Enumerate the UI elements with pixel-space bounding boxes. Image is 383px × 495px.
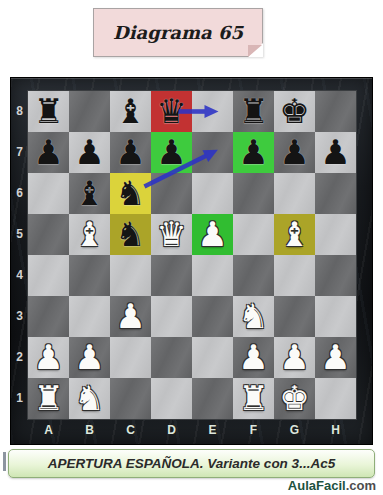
square-f1: ♜	[233, 378, 274, 419]
square-b7: ♟	[69, 132, 110, 173]
square-g3	[274, 296, 315, 337]
rank-label-2: 2	[11, 337, 28, 378]
square-h5	[315, 214, 356, 255]
square-f7: ♟	[233, 132, 274, 173]
square-g8: ♚	[274, 91, 315, 132]
square-d4	[151, 255, 192, 296]
square-e8	[192, 91, 233, 132]
black-pawn: ♟	[28, 132, 69, 173]
square-h2: ♟	[315, 337, 356, 378]
black-king: ♚	[274, 91, 315, 132]
file-label-c: C	[110, 419, 151, 445]
rank-label-8: 8	[11, 91, 28, 132]
square-g1: ♚	[274, 378, 315, 419]
note-fold-icon	[248, 45, 262, 57]
square-b4	[69, 255, 110, 296]
caption-left-tick	[3, 452, 6, 471]
square-d2	[151, 337, 192, 378]
chess-board-frame: 87654321 ♜♝♛♜♚♟♟♟♟♟♟♟♝♞♝♞♛♟♝♟♞♟♟♟♟♟♜♞♜♚ …	[10, 77, 373, 445]
square-g2: ♟	[274, 337, 315, 378]
square-e7	[192, 132, 233, 173]
white-bishop: ♝	[69, 214, 110, 255]
square-e6	[192, 173, 233, 214]
square-a2: ♟	[28, 337, 69, 378]
chess-board: ♜♝♛♜♚♟♟♟♟♟♟♟♝♞♝♞♛♟♝♟♞♟♟♟♟♟♜♞♜♚	[28, 91, 356, 419]
white-pawn: ♟	[315, 337, 356, 378]
square-f5	[233, 214, 274, 255]
square-g6	[274, 173, 315, 214]
black-rook: ♜	[28, 91, 69, 132]
file-label-f: F	[233, 419, 274, 445]
square-e1	[192, 378, 233, 419]
white-rook: ♜	[28, 378, 69, 419]
square-f6	[233, 173, 274, 214]
page: Diagrama 65 87654321 ♜♝♛♜♚♟♟♟♟♟♟♟♝♞♝♞♛♟♝…	[0, 0, 383, 495]
file-label-e: E	[192, 419, 233, 445]
square-h6	[315, 173, 356, 214]
square-d5: ♛	[151, 214, 192, 255]
white-pawn: ♟	[192, 214, 233, 255]
white-pawn: ♟	[28, 337, 69, 378]
square-e2	[192, 337, 233, 378]
square-b3	[69, 296, 110, 337]
square-c6: ♞	[110, 173, 151, 214]
rank-label-7: 7	[11, 132, 28, 173]
square-d8: ♛	[151, 91, 192, 132]
square-c8: ♝	[110, 91, 151, 132]
title-note: Diagrama 65	[93, 8, 263, 57]
square-d6	[151, 173, 192, 214]
white-pawn: ♟	[274, 337, 315, 378]
black-rook: ♜	[233, 91, 274, 132]
square-c1	[110, 378, 151, 419]
square-h7: ♟	[315, 132, 356, 173]
white-rook: ♜	[233, 378, 274, 419]
square-c4	[110, 255, 151, 296]
square-e3	[192, 296, 233, 337]
black-bishop: ♝	[69, 173, 110, 214]
square-a8: ♜	[28, 91, 69, 132]
rank-label-4: 4	[11, 255, 28, 296]
square-g7: ♟	[274, 132, 315, 173]
rank-label-1: 1	[11, 378, 28, 419]
square-b1: ♞	[69, 378, 110, 419]
black-pawn: ♟	[69, 132, 110, 173]
file-label-b: B	[69, 419, 110, 445]
square-h8	[315, 91, 356, 132]
square-d1	[151, 378, 192, 419]
square-a3	[28, 296, 69, 337]
white-queen: ♛	[151, 214, 192, 255]
square-e4	[192, 255, 233, 296]
square-a5	[28, 214, 69, 255]
square-b2: ♟	[69, 337, 110, 378]
square-e5: ♟	[192, 214, 233, 255]
square-a4	[28, 255, 69, 296]
file-label-d: D	[151, 419, 192, 445]
rank-label-3: 3	[11, 296, 28, 337]
white-knight: ♞	[233, 296, 274, 337]
file-labels: ABCDEFGH	[28, 419, 356, 445]
file-label-a: A	[28, 419, 69, 445]
watermark: AulaFacil.com	[288, 478, 376, 493]
square-g5: ♝	[274, 214, 315, 255]
black-pawn: ♟	[110, 132, 151, 173]
caption-text: APERTURA ESPAÑOLA. Variante con 3...Ac5	[48, 456, 335, 471]
black-knight: ♞	[110, 173, 151, 214]
watermark-suffix: .com	[346, 478, 376, 493]
square-b5: ♝	[69, 214, 110, 255]
white-knight: ♞	[69, 378, 110, 419]
square-c2	[110, 337, 151, 378]
square-f2: ♟	[233, 337, 274, 378]
square-b6: ♝	[69, 173, 110, 214]
square-a7: ♟	[28, 132, 69, 173]
square-f8: ♜	[233, 91, 274, 132]
square-d3	[151, 296, 192, 337]
black-knight: ♞	[110, 214, 151, 255]
white-pawn: ♟	[233, 337, 274, 378]
square-d7: ♟	[151, 132, 192, 173]
white-pawn: ♟	[110, 296, 151, 337]
square-a1: ♜	[28, 378, 69, 419]
square-a6	[28, 173, 69, 214]
square-f4	[233, 255, 274, 296]
square-c3: ♟	[110, 296, 151, 337]
square-g4	[274, 255, 315, 296]
black-bishop: ♝	[110, 91, 151, 132]
square-b8	[69, 91, 110, 132]
white-king: ♚	[274, 378, 315, 419]
square-h1	[315, 378, 356, 419]
black-queen: ♛	[151, 91, 192, 132]
square-f3: ♞	[233, 296, 274, 337]
rank-label-6: 6	[11, 173, 28, 214]
watermark-brand: AulaFacil	[288, 478, 346, 493]
caption-bar: APERTURA ESPAÑOLA. Variante con 3...Ac5	[8, 449, 375, 478]
square-c7: ♟	[110, 132, 151, 173]
white-pawn: ♟	[69, 337, 110, 378]
page-title: Diagrama 65	[113, 22, 243, 43]
black-pawn: ♟	[233, 132, 274, 173]
file-label-h: H	[315, 419, 356, 445]
square-h4	[315, 255, 356, 296]
file-label-g: G	[274, 419, 315, 445]
white-bishop: ♝	[274, 214, 315, 255]
square-h3	[315, 296, 356, 337]
square-c5: ♞	[110, 214, 151, 255]
rank-label-5: 5	[11, 214, 28, 255]
black-pawn: ♟	[315, 132, 356, 173]
black-pawn: ♟	[151, 132, 192, 173]
black-pawn: ♟	[274, 132, 315, 173]
rank-labels: 87654321	[11, 91, 28, 419]
